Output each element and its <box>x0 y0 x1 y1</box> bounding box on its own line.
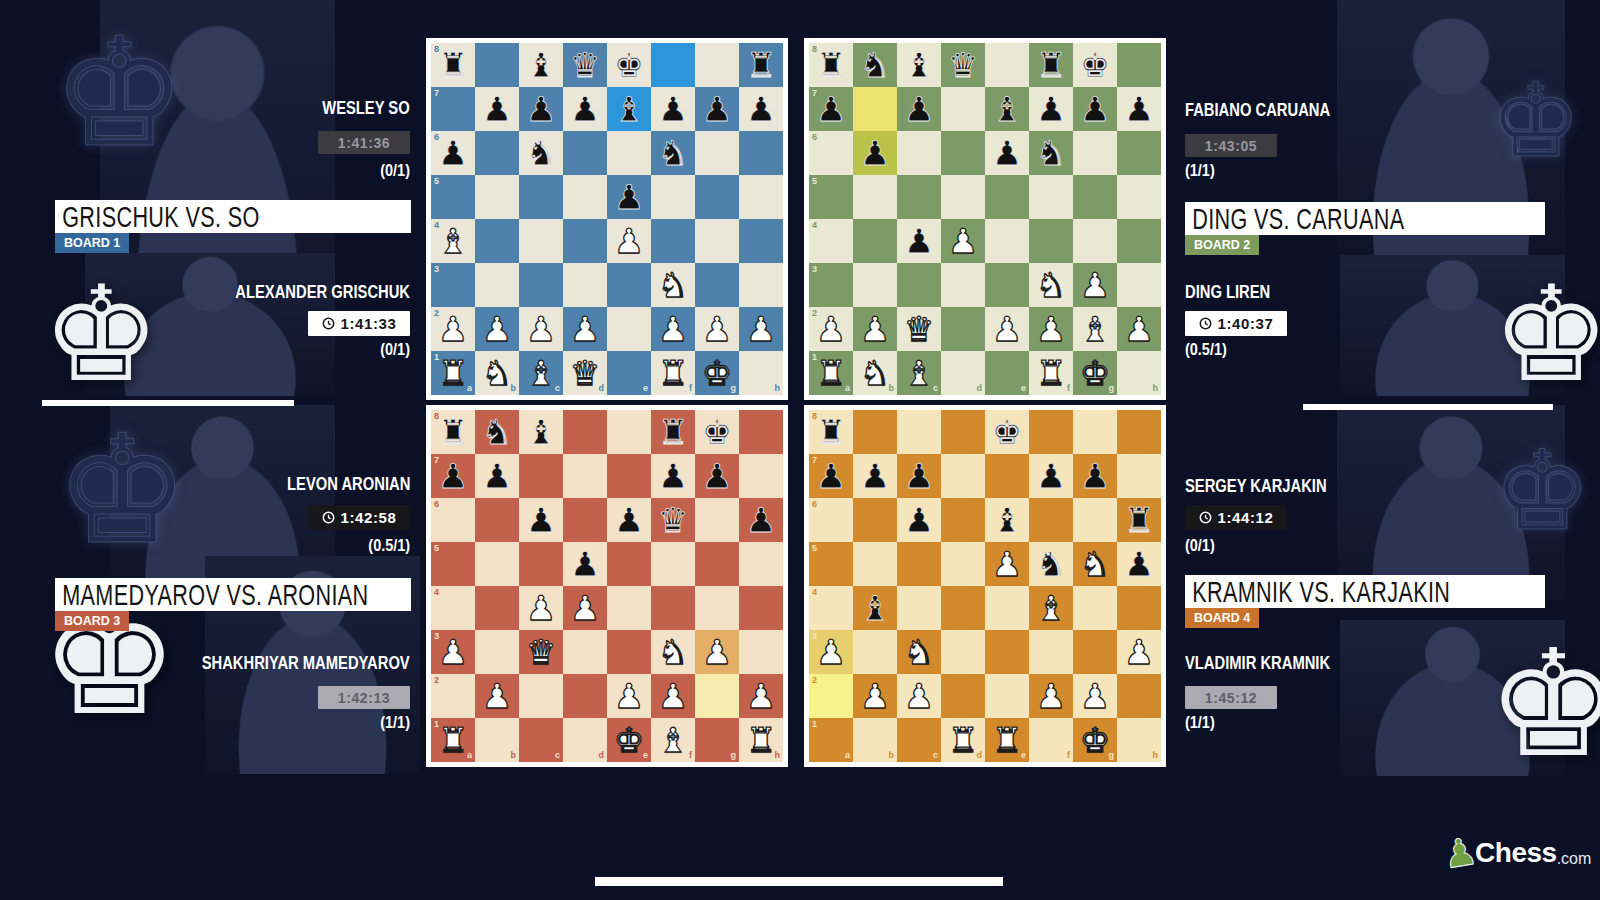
square-b3 <box>475 630 519 674</box>
square-g6 <box>1073 498 1117 542</box>
square-d8 <box>563 410 607 454</box>
square-e6 <box>607 131 651 175</box>
board-badge: BOARD 2 <box>1185 235 1259 255</box>
piece-black-rook: ♜ <box>658 415 688 449</box>
square-c5 <box>519 542 563 586</box>
piece-white-queen: ♛ <box>570 356 600 390</box>
square-e1: e <box>607 351 651 395</box>
piece-white-pawn: ♟ <box>1080 679 1110 713</box>
clock-icon <box>1199 511 1212 524</box>
piece-black-pawn: ♟ <box>1080 92 1110 126</box>
rank-label-5: 5 <box>434 544 439 553</box>
square-c6: ♟ <box>897 498 941 542</box>
piece-white-pawn: ♟ <box>816 312 846 346</box>
chess-board-2: ♜8♞♝♛♜♚♟7♟♝♟♟♟6♟♟♞54♟♟3♞♟♟2♟♛♟♟♝♟♜1a♞b♝c… <box>804 38 1166 400</box>
score: (1/1) <box>1185 713 1475 733</box>
square-b6: ♟ <box>853 131 897 175</box>
square-a2: 2 <box>431 674 475 718</box>
clock-icon <box>1199 317 1212 330</box>
square-c4: ♟ <box>897 219 941 263</box>
square-d1: ♜d <box>941 718 985 762</box>
square-c2 <box>519 674 563 718</box>
square-g4 <box>695 586 739 630</box>
square-f1: ♜f <box>1029 351 1073 395</box>
clock-sergey-karjakin: 1:44:12 <box>1185 505 1287 530</box>
piece-white-bishop: ♝ <box>904 356 934 390</box>
square-c5 <box>519 175 563 219</box>
piece-black-rook: ♜ <box>1036 48 1066 82</box>
square-a3: 3 <box>809 263 853 307</box>
piece-white-knight: ♞ <box>658 635 688 669</box>
file-label-e: e <box>1021 751 1026 760</box>
chess-board-4: ♜8♚♟7♟♟♟♟6♟♝♜5♟♞♞♟4♝♝♟3♞♟2♟♟♟♟1abc♜d♜ef♚… <box>804 405 1166 767</box>
square-c7: ♟ <box>897 87 941 131</box>
piece-white-pawn: ♟ <box>658 312 688 346</box>
player-name: ALEXANDER GRISCHUK <box>150 282 410 303</box>
piece-white-pawn: ♟ <box>1124 635 1154 669</box>
square-g5 <box>695 542 739 586</box>
square-g8 <box>695 43 739 87</box>
square-h6: ♜ <box>1117 498 1161 542</box>
square-a1: ♜1a <box>431 351 475 395</box>
square-h3: ♟ <box>1117 630 1161 674</box>
square-h5 <box>739 542 783 586</box>
score: (1/1) <box>150 713 410 733</box>
broadcast-frame: ♚ WESLEY SO 1:41:36 (0/1) GRISCHUK VS. S… <box>0 0 1600 900</box>
piece-white-king: ♚ <box>1080 356 1110 390</box>
piece-black-bishop: ♝ <box>526 415 556 449</box>
file-label-d: d <box>977 384 983 393</box>
square-b6 <box>853 498 897 542</box>
bottom-bar <box>595 877 1003 886</box>
square-g2: ♝ <box>1073 307 1117 351</box>
piece-black-king: ♚ <box>992 415 1022 449</box>
square-e2 <box>985 674 1029 718</box>
rank-label-7: 7 <box>812 456 817 465</box>
file-label-a: a <box>845 384 850 393</box>
square-h4 <box>1117 219 1161 263</box>
section-divider <box>1303 404 1553 410</box>
square-g8: ♚ <box>695 410 739 454</box>
square-g4 <box>695 219 739 263</box>
square-e5 <box>607 542 651 586</box>
piece-black-pawn: ♟ <box>1080 459 1110 493</box>
black-king-graphic: ♚ <box>1493 436 1592 546</box>
square-d7 <box>941 454 985 498</box>
square-f2: ♟ <box>651 674 695 718</box>
square-g2 <box>695 674 739 718</box>
piece-black-king: ♚ <box>702 415 732 449</box>
square-d3 <box>563 263 607 307</box>
black-king-graphic: ♚ <box>52 18 186 168</box>
file-label-b: b <box>511 384 517 393</box>
square-e7 <box>985 454 1029 498</box>
square-e8: ♚ <box>985 410 1029 454</box>
square-c4 <box>519 219 563 263</box>
square-b5 <box>475 542 519 586</box>
square-h2: ♟ <box>739 307 783 351</box>
file-label-d: d <box>599 751 605 760</box>
square-b4 <box>475 586 519 630</box>
square-a6: ♟6 <box>431 131 475 175</box>
piece-black-bishop: ♝ <box>992 503 1022 537</box>
square-d2 <box>941 674 985 718</box>
square-h7 <box>739 454 783 498</box>
square-g5 <box>695 175 739 219</box>
clock-shakhriyar-mamedyarov: 1:42:13 <box>318 686 410 709</box>
square-c4 <box>897 586 941 630</box>
rank-label-1: 1 <box>434 720 439 729</box>
piece-black-pawn: ♟ <box>746 92 776 126</box>
square-h1: h <box>1117 351 1161 395</box>
square-b8: ♞ <box>853 43 897 87</box>
piece-white-pawn: ♟ <box>658 679 688 713</box>
file-label-d: d <box>599 384 605 393</box>
square-d4: ♟ <box>941 219 985 263</box>
square-f2: ♟ <box>1029 674 1073 718</box>
file-label-f: f <box>689 751 692 760</box>
square-g1: ♚g <box>695 351 739 395</box>
square-g3 <box>1073 630 1117 674</box>
rank-label-6: 6 <box>812 133 817 142</box>
rank-label-5: 5 <box>812 544 817 553</box>
clock-vladimir-kramnik: 1:45:12 <box>1185 686 1277 709</box>
rank-label-8: 8 <box>812 412 817 421</box>
square-c1: ♝c <box>519 351 563 395</box>
square-a8: ♜8 <box>431 43 475 87</box>
square-h3 <box>739 263 783 307</box>
square-h1: h <box>739 351 783 395</box>
piece-white-pawn: ♟ <box>816 635 846 669</box>
square-h4 <box>1117 586 1161 630</box>
piece-white-bishop: ♝ <box>1036 591 1066 625</box>
square-h8 <box>1117 43 1161 87</box>
file-label-a: a <box>845 751 850 760</box>
square-f5 <box>1029 175 1073 219</box>
square-g6 <box>695 498 739 542</box>
piece-white-queen: ♛ <box>526 635 556 669</box>
square-g6 <box>695 131 739 175</box>
file-label-g: g <box>1109 751 1115 760</box>
square-h2 <box>1117 674 1161 718</box>
square-c2: ♟ <box>519 307 563 351</box>
square-c5 <box>897 175 941 219</box>
square-f7: ♟ <box>651 87 695 131</box>
square-f3: ♞ <box>651 263 695 307</box>
square-h4 <box>739 219 783 263</box>
square-a2: ♟2 <box>809 307 853 351</box>
square-f4 <box>1029 219 1073 263</box>
square-g7: ♟ <box>1073 454 1117 498</box>
square-b2: ♟ <box>853 307 897 351</box>
file-label-g: g <box>731 751 737 760</box>
piece-black-pawn: ♟ <box>482 92 512 126</box>
square-d7 <box>941 87 985 131</box>
square-f4: ♝ <box>1029 586 1073 630</box>
square-a3: 3 <box>431 263 475 307</box>
square-g7: ♟ <box>695 87 739 131</box>
square-c4: ♟ <box>519 586 563 630</box>
square-g5 <box>1073 175 1117 219</box>
square-d3 <box>941 630 985 674</box>
square-e3 <box>607 263 651 307</box>
clock-alexander-grischuk: 1:41:33 <box>308 311 410 336</box>
square-e8 <box>985 43 1029 87</box>
square-a4: ♝4 <box>431 219 475 263</box>
square-f3: ♞ <box>651 630 695 674</box>
square-a4: 4 <box>431 586 475 630</box>
square-a4: 4 <box>809 219 853 263</box>
square-e5: ♟ <box>985 542 1029 586</box>
square-d1: ♛d <box>563 351 607 395</box>
clock-icon <box>322 317 335 330</box>
piece-white-knight: ♞ <box>904 635 934 669</box>
piece-black-bishop: ♝ <box>904 48 934 82</box>
square-f6 <box>1029 498 1073 542</box>
score: (1/1) <box>1185 161 1475 181</box>
piece-black-queen: ♛ <box>570 48 600 82</box>
chesscom-logo: ♟ Chess .com <box>1443 834 1591 872</box>
piece-black-rook: ♜ <box>438 415 468 449</box>
square-e7: ♝ <box>607 87 651 131</box>
green-pawn-icon: ♟ <box>1440 832 1480 875</box>
square-g2: ♟ <box>695 307 739 351</box>
square-h6 <box>1117 131 1161 175</box>
square-g3: ♟ <box>695 630 739 674</box>
square-b4 <box>853 219 897 263</box>
square-a3: ♟3 <box>809 630 853 674</box>
square-a5: 5 <box>809 175 853 219</box>
square-d7 <box>563 454 607 498</box>
square-d8 <box>941 410 985 454</box>
file-label-b: b <box>511 751 517 760</box>
match-banner: DING VS. CARUANA <box>1185 202 1545 235</box>
piece-black-pawn: ♟ <box>904 503 934 537</box>
piece-white-rook: ♜ <box>992 723 1022 757</box>
square-h8 <box>1117 410 1161 454</box>
piece-white-pawn: ♟ <box>702 312 732 346</box>
file-label-g: g <box>731 384 737 393</box>
square-b2: ♟ <box>475 307 519 351</box>
piece-white-pawn: ♟ <box>570 591 600 625</box>
square-f3 <box>1029 630 1073 674</box>
square-c3 <box>897 263 941 307</box>
score: (0/1) <box>150 340 410 360</box>
square-f7: ♟ <box>1029 454 1073 498</box>
square-e6: ♟ <box>985 131 1029 175</box>
square-f8 <box>651 43 695 87</box>
score: (0.5/1) <box>1185 340 1475 360</box>
square-e3 <box>607 630 651 674</box>
rank-label-7: 7 <box>434 89 439 98</box>
square-f7: ♟ <box>1029 87 1073 131</box>
square-a3: ♟3 <box>431 630 475 674</box>
file-label-f: f <box>1067 384 1070 393</box>
square-b7 <box>853 87 897 131</box>
piece-black-pawn: ♟ <box>816 459 846 493</box>
piece-white-pawn: ♟ <box>702 635 732 669</box>
square-a5: 5 <box>809 542 853 586</box>
square-h8 <box>739 410 783 454</box>
piece-white-pawn: ♟ <box>1036 312 1066 346</box>
square-c6 <box>897 131 941 175</box>
square-e4 <box>985 219 1029 263</box>
square-d1: d <box>563 718 607 762</box>
player-name: SHAKHRIYAR MAMEDYAROV <box>150 653 410 674</box>
piece-black-pawn: ♟ <box>658 92 688 126</box>
rank-label-7: 7 <box>434 456 439 465</box>
square-b8 <box>475 43 519 87</box>
piece-white-knight: ♞ <box>1080 547 1110 581</box>
rank-label-3: 3 <box>812 265 817 274</box>
piece-white-queen: ♛ <box>904 312 934 346</box>
square-a1: 1a <box>809 718 853 762</box>
square-e5 <box>985 175 1029 219</box>
square-b3 <box>475 263 519 307</box>
square-d6 <box>941 498 985 542</box>
piece-black-bishop: ♝ <box>992 92 1022 126</box>
square-e3 <box>985 263 1029 307</box>
square-a7: ♟7 <box>809 87 853 131</box>
square-a8: ♜8 <box>809 410 853 454</box>
piece-white-pawn: ♟ <box>746 679 776 713</box>
file-label-c: c <box>933 751 938 760</box>
square-g3 <box>695 263 739 307</box>
rank-label-3: 3 <box>434 632 439 641</box>
square-f8: ♜ <box>651 410 695 454</box>
clock-ding-liren: 1:40:37 <box>1185 311 1287 336</box>
square-e1: ♜e <box>985 718 1029 762</box>
chess-board-1: ♜8♝♛♚♜7♟♟♟♝♟♟♟♟6♞♞5♟♝4♟3♞♟2♟♟♟♟♟♟♜1a♞b♝c… <box>426 38 788 400</box>
square-c6: ♟ <box>519 498 563 542</box>
piece-black-queen: ♛ <box>948 48 978 82</box>
score: (0.5/1) <box>150 536 410 556</box>
square-g4 <box>1073 219 1117 263</box>
file-label-h: h <box>775 384 781 393</box>
square-h4 <box>739 586 783 630</box>
piece-white-rook: ♜ <box>438 723 468 757</box>
board-badge: BOARD 3 <box>55 611 129 631</box>
square-h2: ♟ <box>1117 307 1161 351</box>
square-a1: ♜1a <box>809 351 853 395</box>
square-f6: ♞ <box>1029 131 1073 175</box>
square-b7: ♟ <box>475 454 519 498</box>
file-label-a: a <box>467 384 472 393</box>
file-label-e: e <box>643 751 648 760</box>
chess-board-3: ♜8♞♝♜♚♟7♟♟♟6♟♟♛♟5♟4♟♟♟3♛♞♟2♟♟♟♟♜1abcd♚e♝… <box>426 405 788 767</box>
file-label-c: c <box>555 751 560 760</box>
square-d4: ♟ <box>563 586 607 630</box>
square-f2: ♟ <box>1029 307 1073 351</box>
piece-white-pawn: ♟ <box>1036 679 1066 713</box>
square-h8: ♜ <box>739 43 783 87</box>
square-h5: ♟ <box>1117 542 1161 586</box>
piece-white-pawn: ♟ <box>482 312 512 346</box>
board-badge: BOARD 1 <box>55 233 129 253</box>
rank-label-2: 2 <box>434 309 439 318</box>
square-h3 <box>1117 263 1161 307</box>
piece-black-pawn: ♟ <box>526 503 556 537</box>
piece-white-bishop: ♝ <box>438 224 468 258</box>
square-b5 <box>853 542 897 586</box>
square-d5: ♟ <box>563 542 607 586</box>
square-b5 <box>475 175 519 219</box>
square-c8: ♝ <box>519 410 563 454</box>
file-label-g: g <box>1109 384 1115 393</box>
square-f1: ♝f <box>651 718 695 762</box>
square-f8: ♜ <box>1029 43 1073 87</box>
square-e7: ♝ <box>985 87 1029 131</box>
player-name: DING LIREN <box>1185 282 1475 303</box>
square-c7: ♟ <box>897 454 941 498</box>
piece-black-rook: ♜ <box>1124 503 1154 537</box>
score: (0/1) <box>1185 536 1475 556</box>
square-b4: ♝ <box>853 586 897 630</box>
file-label-b: b <box>889 751 895 760</box>
logo-tld: .com <box>1557 850 1592 868</box>
square-f5: ♞ <box>1029 542 1073 586</box>
square-b3 <box>853 630 897 674</box>
square-c8: ♝ <box>897 43 941 87</box>
square-d2: ♟ <box>563 307 607 351</box>
square-e3 <box>985 630 1029 674</box>
piece-black-rook: ♜ <box>746 48 776 82</box>
rank-label-2: 2 <box>812 676 817 685</box>
rank-label-8: 8 <box>434 45 439 54</box>
piece-white-pawn: ♟ <box>570 312 600 346</box>
square-e6: ♝ <box>985 498 1029 542</box>
piece-black-knight: ♞ <box>526 136 556 170</box>
square-g8 <box>1073 410 1117 454</box>
square-e1: ♚e <box>607 718 651 762</box>
piece-black-pawn: ♟ <box>1036 459 1066 493</box>
piece-white-pawn: ♟ <box>526 591 556 625</box>
file-label-c: c <box>933 384 938 393</box>
square-h5 <box>1117 175 1161 219</box>
clock-icon <box>322 511 335 524</box>
file-label-d: d <box>977 751 983 760</box>
logo-word: Chess <box>1475 837 1557 869</box>
piece-black-pawn: ♟ <box>904 92 934 126</box>
piece-black-bishop: ♝ <box>860 591 890 625</box>
rank-label-1: 1 <box>812 720 817 729</box>
square-c8 <box>897 410 941 454</box>
square-e7 <box>607 454 651 498</box>
square-f4 <box>651 586 695 630</box>
square-c3 <box>519 263 563 307</box>
square-c2: ♛ <box>897 307 941 351</box>
square-h5 <box>739 175 783 219</box>
square-h3 <box>739 630 783 674</box>
piece-black-pawn: ♟ <box>1124 92 1154 126</box>
square-d3 <box>563 630 607 674</box>
clock-levon-aronian: 1:42:58 <box>308 505 410 530</box>
score: (0/1) <box>150 161 410 181</box>
piece-black-pawn: ♟ <box>816 92 846 126</box>
square-g1: ♚g <box>1073 718 1117 762</box>
square-b2: ♟ <box>475 674 519 718</box>
square-b1: b <box>853 718 897 762</box>
file-label-a: a <box>467 751 472 760</box>
piece-white-rook: ♜ <box>658 356 688 390</box>
square-f1: ♜f <box>651 351 695 395</box>
square-d8: ♛ <box>941 43 985 87</box>
piece-white-bishop: ♝ <box>658 723 688 757</box>
square-h1: h <box>1117 718 1161 762</box>
rank-label-4: 4 <box>812 588 817 597</box>
square-d6 <box>941 131 985 175</box>
piece-white-pawn: ♟ <box>992 312 1022 346</box>
